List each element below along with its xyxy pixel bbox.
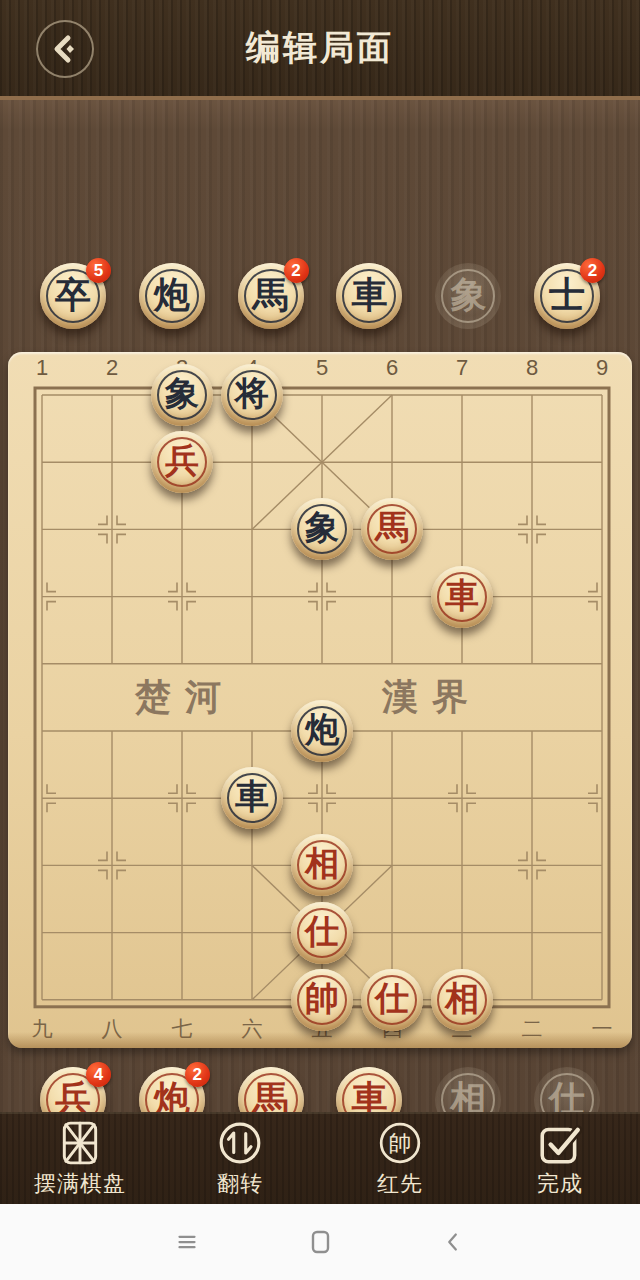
count-badge: 2 — [284, 258, 309, 283]
back-arrow-icon — [50, 34, 80, 64]
count-badge: 2 — [185, 1062, 210, 1087]
board-piece-black-将[interactable]: 将 — [221, 364, 283, 426]
flip-button[interactable]: 翻转 — [160, 1114, 320, 1204]
piece-char: 仕 — [291, 901, 353, 963]
board-piece-red-仕[interactable]: 仕 — [361, 969, 423, 1031]
piece-char: 兵 — [151, 430, 213, 492]
flip-icon — [217, 1120, 263, 1166]
wood-background: 卒5炮馬2車象士2 123456789 九八七六五四三二一 楚河 漢界 象将兵象… — [0, 96, 640, 1112]
red-first-icon: 帥 — [377, 1120, 423, 1166]
board-piece-red-帥[interactable]: 帥 — [291, 969, 353, 1031]
board-piece-red-車[interactable]: 車 — [431, 566, 493, 628]
done-label: 完成 — [537, 1169, 583, 1199]
tray-piece-black-馬[interactable]: 馬2 — [238, 263, 304, 329]
flip-label: 翻转 — [217, 1169, 263, 1199]
board-piece-black-象[interactable]: 象 — [151, 364, 213, 426]
xiangqi-board[interactable]: 123456789 九八七六五四三二一 楚河 漢界 象将兵象馬車炮車相仕帥仕相 — [8, 352, 632, 1048]
count-badge: 4 — [86, 1062, 111, 1087]
fill-board-icon — [57, 1120, 103, 1166]
piece-char: 車 — [336, 262, 402, 328]
piece-char: 象 — [151, 363, 213, 425]
board-piece-black-象[interactable]: 象 — [291, 498, 353, 560]
tray-piece-black-士[interactable]: 士2 — [534, 263, 600, 329]
board-piece-red-仕[interactable]: 仕 — [291, 902, 353, 964]
count-badge: 2 — [580, 258, 605, 283]
count-badge: 5 — [86, 258, 111, 283]
tray-piece-black-象-ghost: 象 — [435, 263, 501, 329]
board-piece-black-車[interactable]: 車 — [221, 767, 283, 829]
bottom-toolbar: 摆满棋盘 翻转 帥 红先 完成 — [0, 1112, 640, 1204]
fill-board-label: 摆满棋盘 — [34, 1169, 126, 1199]
tray-piece-black-炮[interactable]: 炮 — [139, 263, 205, 329]
board-piece-red-相[interactable]: 相 — [291, 834, 353, 896]
piece-char: 車 — [221, 766, 283, 828]
piece-char: 馬 — [361, 497, 423, 559]
black-piece-tray: 卒5炮馬2車象士2 — [0, 263, 640, 329]
piece-char: 炮 — [291, 699, 353, 761]
piece-char: 象 — [291, 497, 353, 559]
board-piece-red-兵[interactable]: 兵 — [151, 431, 213, 493]
piece-char: 炮 — [139, 262, 205, 328]
board-pieces-layer: 象将兵象馬車炮車相仕帥仕相 — [8, 352, 632, 1048]
back-button[interactable] — [36, 20, 94, 78]
menu-icon[interactable] — [172, 1227, 202, 1257]
app-header: 编辑局面 — [0, 0, 640, 96]
piece-char: 仕 — [361, 968, 423, 1030]
piece-char: 相 — [291, 833, 353, 895]
red-first-label: 红先 — [377, 1169, 423, 1199]
done-button[interactable]: 完成 — [480, 1114, 640, 1204]
red-first-button[interactable]: 帥 红先 — [320, 1114, 480, 1204]
nav-back-icon[interactable] — [438, 1227, 468, 1257]
svg-text:帥: 帥 — [389, 1130, 412, 1156]
android-navbar — [0, 1204, 640, 1280]
piece-char: 帥 — [291, 968, 353, 1030]
board-piece-red-馬[interactable]: 馬 — [361, 498, 423, 560]
piece-char: 相 — [431, 968, 493, 1030]
piece-char: 車 — [431, 565, 493, 627]
tray-piece-black-卒[interactable]: 卒5 — [40, 263, 106, 329]
tray-piece-black-車[interactable]: 車 — [336, 263, 402, 329]
fill-board-button[interactable]: 摆满棋盘 — [0, 1114, 160, 1204]
done-icon — [537, 1120, 583, 1166]
piece-char: 象 — [435, 262, 501, 328]
board-piece-black-炮[interactable]: 炮 — [291, 700, 353, 762]
piece-char: 将 — [221, 363, 283, 425]
board-piece-red-相[interactable]: 相 — [431, 969, 493, 1031]
home-icon[interactable] — [304, 1226, 336, 1258]
page-title: 编辑局面 — [246, 25, 394, 71]
